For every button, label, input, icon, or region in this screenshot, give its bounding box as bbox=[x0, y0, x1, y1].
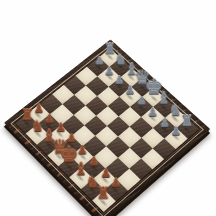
piece-contact-shadow bbox=[42, 139, 54, 151]
piece-contact-shadow bbox=[169, 113, 182, 124]
piece-copper-pawn: ♟ bbox=[93, 168, 118, 180]
piece-contact-shadow bbox=[76, 151, 89, 163]
photo-canvas: ♜♞♝♛♚♝♞♜♟♟♟♟♟♟♟♟♟♟♟♟♟♟♟♟♜♞♝♛♚♝♞♜ bbox=[0, 0, 216, 216]
piece-contact-shadow bbox=[124, 91, 136, 102]
piece-contact-shadow bbox=[54, 128, 66, 140]
piece-contact-shadow bbox=[63, 160, 76, 172]
piece-contact-shadow bbox=[113, 81, 125, 92]
piece-contact-shadow bbox=[114, 62, 126, 73]
piece-contact-shadow bbox=[103, 52, 115, 62]
piece-contact-shadow bbox=[88, 162, 101, 174]
piece-contact-shadow bbox=[99, 174, 112, 186]
piece-contact-shadow bbox=[136, 82, 148, 93]
piece-contact-shadow bbox=[157, 102, 170, 113]
piece-contact-shadow bbox=[125, 72, 137, 83]
piece-contact-shadow bbox=[93, 62, 105, 73]
